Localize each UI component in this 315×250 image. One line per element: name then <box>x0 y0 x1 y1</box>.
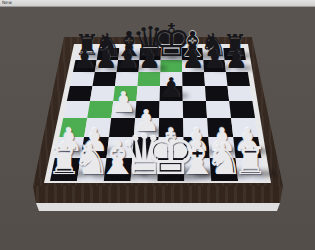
menubar: New <box>0 0 315 7</box>
piece-black-pawn-c7[interactable]: ♟ <box>116 46 139 72</box>
piece-black-pawn-d7[interactable]: ♟ <box>138 46 161 72</box>
chess-board: ♜♞♝♛♚♝♞♜♟♟♟♟♟♟♟♟♟♟♟♟♟♟♟♟♜♞♝♛♚♝♞♜ <box>0 0 315 250</box>
piece-black-pawn-b7[interactable]: ♟ <box>95 46 118 72</box>
piece-black-pawn-g7[interactable]: ♟ <box>203 46 226 72</box>
app-window: ♜♞♝♛♚♝♞♜♟♟♟♟♟♟♟♟♟♟♟♟♟♟♟♟♜♞♝♛♚♝♞♜ New <box>0 0 315 250</box>
piece-black-pawn-e5[interactable]: ♟ <box>159 73 183 100</box>
piece-black-pawn-f7[interactable]: ♟ <box>181 46 204 72</box>
piece-black-pawn-a7[interactable]: ♟ <box>73 46 96 72</box>
piece-black-pawn-h7[interactable]: ♟ <box>225 46 248 72</box>
menu-item-new[interactable]: New <box>2 0 12 6</box>
piece-white-rook-h1[interactable]: ♜ <box>234 142 268 180</box>
